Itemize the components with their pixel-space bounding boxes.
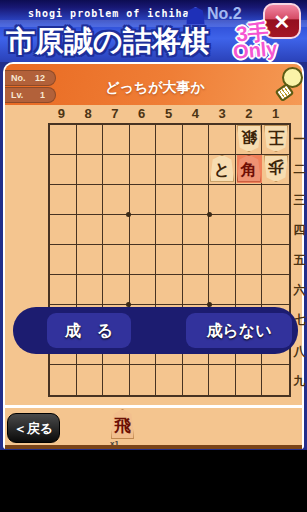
board-cell[interactable] — [209, 215, 236, 245]
board-cell[interactable] — [130, 275, 157, 305]
board-cell[interactable] — [103, 215, 130, 245]
piece-glyph: 歩 — [268, 156, 284, 178]
board-cell[interactable] — [262, 245, 289, 275]
board-cell[interactable] — [103, 245, 130, 275]
piece-glyph: と — [214, 159, 230, 181]
promotion-dialog: 成 る 成らない — [13, 307, 298, 354]
hand-piece-rook[interactable]: 飛 — [111, 409, 134, 439]
board-cell[interactable] — [50, 215, 77, 245]
back-button[interactable]: ＜戻る — [7, 413, 60, 443]
board-cell[interactable] — [50, 125, 77, 155]
board-cell[interactable] — [156, 365, 183, 395]
file-label: 7 — [102, 106, 129, 123]
board-cell[interactable] — [77, 275, 104, 305]
status-bar: No. 12 Lv. 1 どっちが大事か — [5, 64, 302, 105]
hint-bulb-button[interactable] — [274, 66, 306, 104]
board-cell[interactable] — [209, 125, 236, 155]
level-badge: Lv. 1 — [5, 87, 56, 103]
board-cell[interactable] — [262, 185, 289, 215]
file-label: 4 — [182, 106, 209, 123]
board-cell[interactable] — [156, 155, 183, 185]
rank-label: 四 — [293, 222, 306, 239]
file-label: 3 — [209, 106, 236, 123]
file-label: 1 — [262, 106, 289, 123]
board-cell[interactable] — [130, 125, 157, 155]
board-cell[interactable] — [50, 245, 77, 275]
board-cell[interactable] — [183, 245, 210, 275]
dont-promote-button[interactable]: 成らない — [186, 313, 292, 348]
board-cell[interactable] — [236, 245, 263, 275]
panel-bottom-edge — [5, 445, 302, 449]
app-screen: shogi problem of ichihara No.2 ✕ 市原誠の詰将棋… — [0, 0, 307, 512]
star-point — [207, 212, 212, 217]
file-label: 2 — [235, 106, 262, 123]
file-label: 6 — [128, 106, 155, 123]
rank-label: 八 — [293, 343, 306, 360]
board-cell[interactable] — [77, 155, 104, 185]
board-cell[interactable] — [262, 215, 289, 245]
piece-glyph: 角 — [241, 159, 257, 181]
board-cell[interactable] — [103, 185, 130, 215]
rank-label: 二 — [293, 161, 306, 178]
hand-tray: ＜戻る 飛 x1 — [5, 408, 302, 512]
file-label: 5 — [155, 106, 182, 123]
rank-label: 五 — [293, 252, 306, 269]
board-cell[interactable] — [77, 125, 104, 155]
file-label: 9 — [48, 106, 75, 123]
board-cell[interactable] — [262, 365, 289, 395]
board-cell[interactable] — [183, 275, 210, 305]
board-cell[interactable] — [209, 185, 236, 215]
board-cell[interactable] — [77, 185, 104, 215]
board-cell[interactable] — [77, 215, 104, 245]
board-cell[interactable] — [183, 155, 210, 185]
board-cell[interactable] — [130, 245, 157, 275]
rank-label: 九 — [293, 373, 306, 390]
close-icon: ✕ — [274, 11, 291, 33]
board-cell[interactable] — [77, 365, 104, 395]
hint-text: どっちが大事か — [65, 79, 245, 97]
board-cell[interactable] — [77, 245, 104, 275]
board-cell[interactable] — [130, 185, 157, 215]
board-cell[interactable] — [209, 365, 236, 395]
piece-glyph: 王 — [268, 126, 284, 148]
board-cell[interactable] — [262, 275, 289, 305]
board-cell[interactable] — [156, 125, 183, 155]
no-label: No. — [11, 73, 26, 83]
board-cell[interactable] — [183, 215, 210, 245]
board-cell[interactable] — [50, 155, 77, 185]
board-cell[interactable] — [103, 155, 130, 185]
rank-label: 六 — [293, 282, 306, 299]
board-cell[interactable] — [183, 365, 210, 395]
board-cell[interactable] — [209, 245, 236, 275]
board-cell[interactable] — [156, 245, 183, 275]
board-cell[interactable] — [103, 125, 130, 155]
problem-no-badge: No. 12 — [5, 70, 56, 86]
header: shogi problem of ichihara No.2 ✕ 市原誠の詰将棋… — [0, 0, 307, 62]
board-cell[interactable] — [236, 365, 263, 395]
board-cell[interactable] — [156, 185, 183, 215]
board-cell[interactable] — [236, 215, 263, 245]
only-badge: Only — [232, 37, 278, 64]
board-cell[interactable] — [209, 275, 236, 305]
board-cell[interactable] — [50, 185, 77, 215]
board-cell[interactable] — [103, 365, 130, 395]
file-label: 8 — [75, 106, 102, 123]
board-cell[interactable] — [183, 125, 210, 155]
board-cell[interactable] — [156, 215, 183, 245]
lv-label: Lv. — [11, 90, 23, 100]
board-cell[interactable] — [236, 185, 263, 215]
board-cell[interactable] — [50, 275, 77, 305]
lv-value: 1 — [40, 90, 45, 100]
board-cell[interactable] — [130, 215, 157, 245]
board-cell[interactable] — [130, 155, 157, 185]
board-cell[interactable] — [50, 365, 77, 395]
rank-label: 三 — [293, 192, 306, 209]
app-title: 市原誠の詰将棋 — [6, 22, 238, 62]
no-value: 12 — [35, 73, 45, 83]
board-cell[interactable] — [183, 185, 210, 215]
game-panel: No. 12 Lv. 1 どっちが大事か 987654321 一二三四五六七八九… — [3, 62, 304, 449]
piece-gote-1-1[interactable]: 王 — [264, 125, 288, 152]
hand-piece-glyph: 飛 — [114, 413, 131, 438]
piece-glyph: 銀 — [241, 126, 257, 148]
promote-button[interactable]: 成 る — [47, 313, 131, 348]
board-cell[interactable] — [236, 275, 263, 305]
piece-gote-2-1[interactable]: 銀 — [237, 125, 261, 152]
board-cell[interactable] — [103, 275, 130, 305]
board-cell[interactable] — [156, 275, 183, 305]
rank-label: 一 — [293, 131, 306, 148]
board-cell[interactable] — [130, 365, 157, 395]
app-subtitle: shogi problem of ichihara — [28, 8, 204, 19]
